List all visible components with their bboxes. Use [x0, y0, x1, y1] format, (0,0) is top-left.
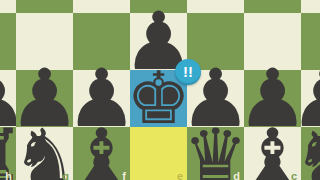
- square-c5[interactable]: [244, 0, 301, 13]
- brilliant-move-badge: !!: [175, 59, 201, 85]
- chess-board: ♟♟♟♟♚♟♟♟♜h♞g♝fe♛d♝c♞: [0, 0, 320, 180]
- file-label-g: g: [62, 171, 69, 180]
- square-b5[interactable]: [301, 0, 320, 13]
- square-f8[interactable]: ♝f: [73, 127, 130, 180]
- square-g8[interactable]: ♞g: [16, 127, 73, 180]
- square-h5[interactable]: [0, 0, 16, 13]
- file-label-f: f: [122, 171, 126, 180]
- square-g5[interactable]: [16, 0, 73, 13]
- square-f5[interactable]: [73, 0, 130, 13]
- chess-board-viewport: ♟♟♟♟♚♟♟♟♜h♞g♝fe♛d♝c♞ !!: [0, 0, 320, 180]
- square-b8[interactable]: ♞: [301, 127, 320, 180]
- black-knight[interactable]: ♞: [297, 127, 320, 180]
- square-d8[interactable]: ♛d: [187, 127, 244, 180]
- file-label-e: e: [177, 171, 183, 180]
- square-e8[interactable]: e: [130, 127, 187, 180]
- file-label-d: d: [233, 171, 240, 180]
- square-d5[interactable]: [187, 0, 244, 13]
- file-label-h: h: [5, 171, 12, 180]
- brilliant-badge-text: !!: [183, 64, 193, 79]
